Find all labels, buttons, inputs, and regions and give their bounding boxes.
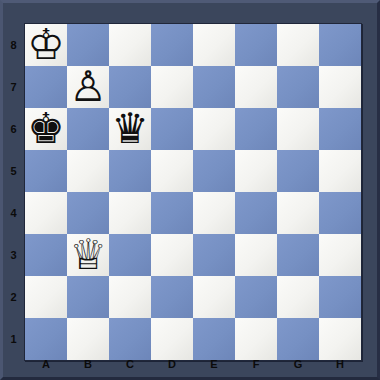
square-a7[interactable] <box>25 66 67 108</box>
square-b8[interactable] <box>67 24 109 66</box>
rank-label-7: 7 <box>3 66 24 108</box>
white-pawn-piece[interactable]: ♙ <box>69 66 107 108</box>
square-g6[interactable] <box>277 108 319 150</box>
square-f7[interactable] <box>235 66 277 108</box>
square-e2[interactable] <box>193 276 235 318</box>
black-queen-piece[interactable]: ♛ <box>111 108 149 150</box>
square-e7[interactable] <box>193 66 235 108</box>
square-c5[interactable] <box>109 150 151 192</box>
square-c2[interactable] <box>109 276 151 318</box>
square-g4[interactable] <box>277 192 319 234</box>
square-h6[interactable] <box>319 108 361 150</box>
file-label-f: F <box>235 355 277 377</box>
square-d3[interactable] <box>151 234 193 276</box>
file-label-b: B <box>67 355 109 377</box>
square-h5[interactable] <box>319 150 361 192</box>
square-f4[interactable] <box>235 192 277 234</box>
square-c8[interactable] <box>109 24 151 66</box>
square-a4[interactable] <box>25 192 67 234</box>
square-d7[interactable] <box>151 66 193 108</box>
file-label-g: G <box>277 355 319 377</box>
square-h8[interactable] <box>319 24 361 66</box>
square-b5[interactable] <box>67 150 109 192</box>
rank-label-5: 5 <box>3 150 24 192</box>
square-c3[interactable] <box>109 234 151 276</box>
rank-label-8: 8 <box>3 24 24 66</box>
square-d6[interactable] <box>151 108 193 150</box>
square-c7[interactable] <box>109 66 151 108</box>
rank-label-4: 4 <box>3 192 24 234</box>
square-h1[interactable] <box>319 318 361 360</box>
square-b1[interactable] <box>67 318 109 360</box>
file-label-a: A <box>25 355 67 377</box>
square-e3[interactable] <box>193 234 235 276</box>
square-c4[interactable] <box>109 192 151 234</box>
square-g1[interactable] <box>277 318 319 360</box>
square-b4[interactable] <box>67 192 109 234</box>
rank-label-2: 2 <box>3 276 24 318</box>
file-label-h: H <box>319 355 361 377</box>
square-d4[interactable] <box>151 192 193 234</box>
square-d5[interactable] <box>151 150 193 192</box>
square-d8[interactable] <box>151 24 193 66</box>
square-f2[interactable] <box>235 276 277 318</box>
chess-board-frame: ♔♙♚♛♕ 87654321 ABCDEFGH <box>0 0 380 380</box>
square-g3[interactable] <box>277 234 319 276</box>
square-a8[interactable]: ♔ <box>25 24 67 66</box>
square-f1[interactable] <box>235 318 277 360</box>
black-king-piece[interactable]: ♚ <box>27 108 65 150</box>
square-g5[interactable] <box>277 150 319 192</box>
square-a5[interactable] <box>25 150 67 192</box>
square-b2[interactable] <box>67 276 109 318</box>
square-d2[interactable] <box>151 276 193 318</box>
square-e8[interactable] <box>193 24 235 66</box>
square-a6[interactable]: ♚ <box>25 108 67 150</box>
rank-label-1: 1 <box>3 318 24 360</box>
square-e4[interactable] <box>193 192 235 234</box>
file-label-c: C <box>109 355 151 377</box>
square-g7[interactable] <box>277 66 319 108</box>
square-h3[interactable] <box>319 234 361 276</box>
square-d1[interactable] <box>151 318 193 360</box>
square-e1[interactable] <box>193 318 235 360</box>
square-g8[interactable] <box>277 24 319 66</box>
square-a2[interactable] <box>25 276 67 318</box>
rank-label-3: 3 <box>3 234 24 276</box>
square-f5[interactable] <box>235 150 277 192</box>
square-b3[interactable]: ♕ <box>67 234 109 276</box>
square-c6[interactable]: ♛ <box>109 108 151 150</box>
file-label-d: D <box>151 355 193 377</box>
square-f3[interactable] <box>235 234 277 276</box>
square-c1[interactable] <box>109 318 151 360</box>
square-a3[interactable] <box>25 234 67 276</box>
board-grid: ♔♙♚♛♕ <box>24 23 362 361</box>
square-b7[interactable]: ♙ <box>67 66 109 108</box>
white-king-piece[interactable]: ♔ <box>27 24 65 66</box>
file-label-e: E <box>193 355 235 377</box>
square-a1[interactable] <box>25 318 67 360</box>
square-e5[interactable] <box>193 150 235 192</box>
rank-label-6: 6 <box>3 108 24 150</box>
square-f8[interactable] <box>235 24 277 66</box>
square-e6[interactable] <box>193 108 235 150</box>
square-g2[interactable] <box>277 276 319 318</box>
square-f6[interactable] <box>235 108 277 150</box>
square-h2[interactable] <box>319 276 361 318</box>
white-queen-piece[interactable]: ♕ <box>69 234 107 276</box>
square-b6[interactable] <box>67 108 109 150</box>
square-h7[interactable] <box>319 66 361 108</box>
square-h4[interactable] <box>319 192 361 234</box>
